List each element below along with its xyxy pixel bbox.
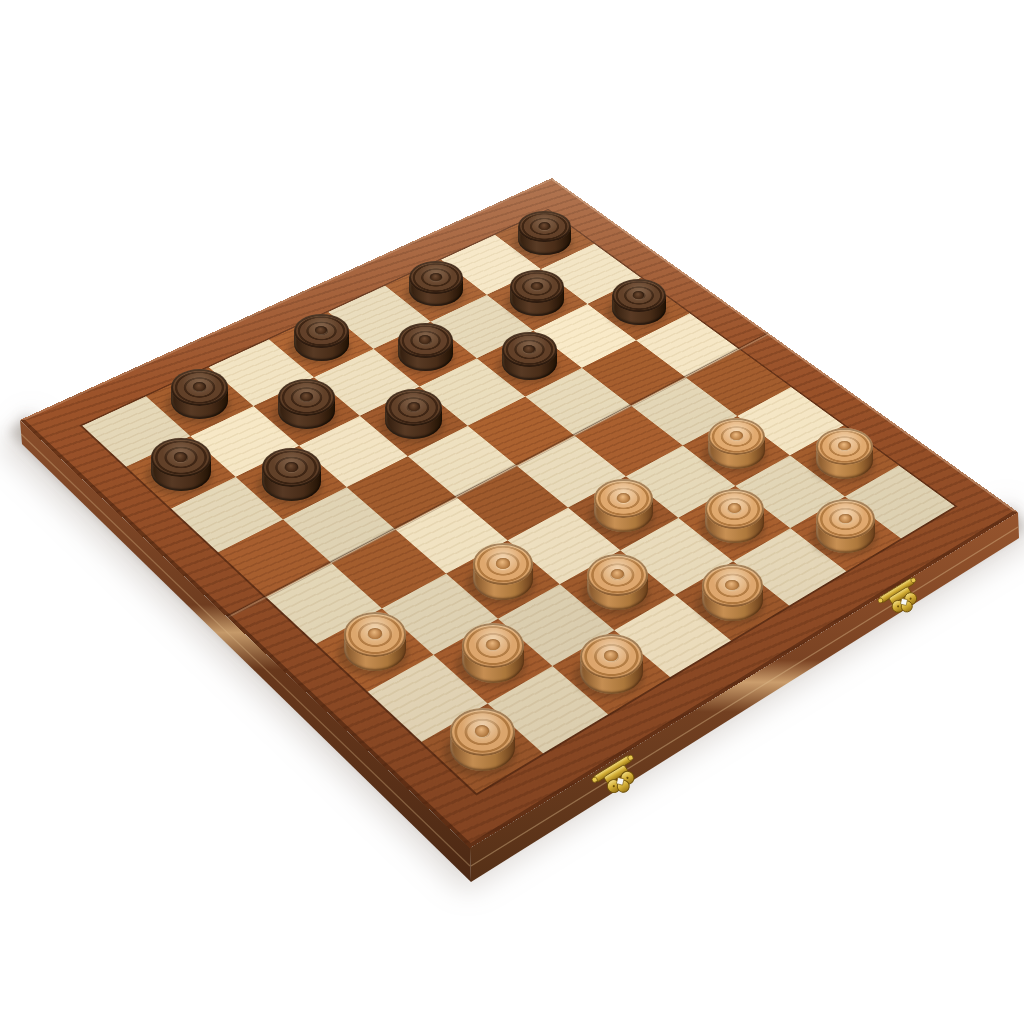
piece-center-boss: [604, 650, 618, 661]
checker-light[interactable]: [580, 634, 643, 694]
piece-top: [612, 279, 666, 312]
piece-top: [702, 564, 763, 606]
piece-top: [151, 438, 210, 477]
checker-dark[interactable]: [385, 389, 442, 439]
piece-center-boss: [539, 222, 551, 230]
piece-top: [816, 499, 875, 539]
checker-dark[interactable]: [262, 448, 321, 501]
piece-top: [816, 428, 874, 466]
piece-top: [510, 270, 564, 303]
piece-top: [385, 389, 442, 426]
piece-top: [294, 314, 349, 349]
checker-light[interactable]: [594, 479, 653, 533]
piece-center-boss: [523, 345, 535, 353]
piece-center-boss: [611, 569, 624, 579]
piece-top: [462, 623, 525, 668]
checker-light[interactable]: [702, 564, 763, 621]
piece-center-boss: [300, 392, 313, 401]
piece-center-boss: [368, 628, 382, 639]
piece-center-boss: [475, 725, 489, 737]
piece-center-boss: [408, 402, 421, 411]
checker-dark[interactable]: [398, 323, 453, 371]
checker-light[interactable]: [587, 554, 648, 611]
piece-top: [262, 448, 321, 487]
piece-center-boss: [430, 273, 442, 281]
piece-top: [344, 612, 407, 657]
piece-top: [409, 261, 463, 294]
checker-dark[interactable]: [409, 261, 463, 307]
piece-center-boss: [486, 639, 500, 650]
checker-dark[interactable]: [151, 438, 210, 491]
checker-light[interactable]: [816, 499, 875, 553]
piece-center-boss: [174, 452, 187, 461]
piece-center-boss: [838, 441, 851, 450]
piece-top: [171, 369, 228, 406]
piece-top: [594, 479, 653, 519]
checker-light[interactable]: [450, 708, 515, 771]
checker-light[interactable]: [705, 489, 764, 543]
checker-dark[interactable]: [612, 279, 666, 325]
checker-light[interactable]: [344, 612, 407, 671]
piece-center-boss: [617, 493, 630, 503]
checker-light[interactable]: [462, 623, 525, 683]
piece-center-boss: [633, 291, 645, 299]
product-photo-stage: [0, 0, 1024, 1024]
checker-light[interactable]: [473, 543, 534, 599]
checker-dark[interactable]: [502, 332, 558, 380]
piece-top: [278, 379, 335, 416]
piece-top: [705, 489, 764, 529]
piece-top: [450, 708, 515, 756]
checker-light[interactable]: [816, 428, 874, 479]
piece-top: [580, 634, 643, 679]
piece-center-boss: [728, 503, 741, 513]
checker-dark[interactable]: [171, 369, 228, 419]
piece-center-boss: [725, 580, 738, 590]
piece-center-boss: [285, 462, 298, 471]
checker-dark[interactable]: [278, 379, 335, 429]
piece-center-boss: [419, 335, 431, 343]
checker-light[interactable]: [708, 418, 765, 469]
checker-dark[interactable]: [294, 314, 349, 362]
piece-center-boss: [839, 514, 852, 524]
piece-center-boss: [193, 382, 206, 391]
piece-center-boss: [496, 558, 509, 568]
piece-center-boss: [730, 431, 743, 440]
piece-center-boss: [315, 326, 327, 334]
piece-top: [398, 323, 453, 358]
piece-center-boss: [531, 282, 543, 290]
piece-top: [587, 554, 648, 596]
piece-top: [518, 211, 570, 242]
checker-dark[interactable]: [510, 270, 564, 316]
checker-dark[interactable]: [518, 211, 570, 255]
